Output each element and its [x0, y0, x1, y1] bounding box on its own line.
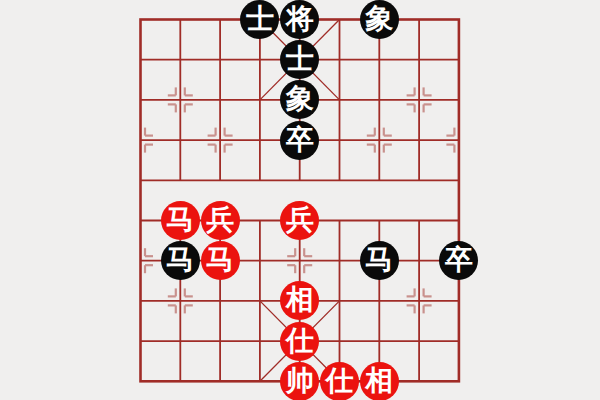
- piece-glyph: 兵: [206, 200, 234, 239]
- board-point-f2r1[interactable]: [160, 0, 200, 40]
- board-point-f8r1[interactable]: [399, 0, 439, 40]
- board-point-f4r1[interactable]: 士: [240, 0, 280, 40]
- board-point-f1r8[interactable]: [121, 281, 161, 321]
- black-elephant-piece[interactable]: 象: [360, 0, 399, 39]
- board-points-grid: 士将象士象卒马兵兵马马马卒相仕帅仕相: [121, 0, 479, 400]
- board-point-f1r9[interactable]: [121, 321, 161, 361]
- board-point-f2r3[interactable]: [160, 80, 200, 120]
- black-advisor-piece[interactable]: 士: [280, 40, 319, 79]
- board-point-f7r3[interactable]: [359, 80, 399, 120]
- board-point-f6r10[interactable]: 仕: [320, 361, 360, 400]
- board-point-f6r1[interactable]: [320, 0, 360, 40]
- board-point-f7r5[interactable]: [359, 160, 399, 200]
- board-point-f2r4[interactable]: [160, 120, 200, 160]
- board-point-f6r7[interactable]: [320, 241, 360, 281]
- board-point-f4r5[interactable]: [240, 160, 280, 200]
- board-point-f4r4[interactable]: [240, 120, 280, 160]
- piece-glyph: 士: [286, 39, 314, 78]
- board-point-f5r10[interactable]: 帅: [280, 361, 320, 400]
- board-point-f2r7[interactable]: 马: [160, 241, 200, 281]
- board-point-f6r8[interactable]: [320, 281, 360, 321]
- board-point-f1r6[interactable]: [121, 200, 161, 240]
- black-elephant-piece[interactable]: 象: [280, 80, 319, 119]
- board-point-f8r9[interactable]: [399, 321, 439, 361]
- board-point-f2r8[interactable]: [160, 281, 200, 321]
- board-point-f1r5[interactable]: [121, 160, 161, 200]
- red-general-piece[interactable]: 帅: [280, 362, 319, 400]
- board-point-f5r2[interactable]: 士: [280, 40, 320, 80]
- piece-glyph: 兵: [286, 200, 314, 239]
- board-point-f5r4[interactable]: 卒: [280, 120, 320, 160]
- red-advisor-piece[interactable]: 仕: [320, 362, 359, 400]
- board-point-f1r2[interactable]: [121, 40, 161, 80]
- black-pawn-piece[interactable]: 卒: [439, 241, 478, 280]
- board-point-f9r10[interactable]: [439, 361, 479, 400]
- board-point-f6r2[interactable]: [320, 40, 360, 80]
- black-advisor-piece[interactable]: 士: [240, 0, 279, 39]
- board-point-f7r8[interactable]: [359, 281, 399, 321]
- board-point-f5r6[interactable]: 兵: [280, 200, 320, 240]
- board-point-f6r9[interactable]: [320, 321, 360, 361]
- board-point-f4r7[interactable]: [240, 241, 280, 281]
- board-point-f5r1[interactable]: 将: [280, 0, 320, 40]
- board-point-f7r4[interactable]: [359, 120, 399, 160]
- board-point-f7r9[interactable]: [359, 321, 399, 361]
- piece-glyph: 将: [286, 0, 314, 38]
- black-horse-piece[interactable]: 马: [161, 241, 200, 280]
- board-point-f1r3[interactable]: [121, 80, 161, 120]
- piece-glyph: 卒: [286, 120, 314, 159]
- board-point-f2r2[interactable]: [160, 40, 200, 80]
- board-point-f3r7[interactable]: 马: [200, 241, 240, 281]
- piece-glyph: 马: [365, 240, 393, 279]
- board-point-f5r3[interactable]: 象: [280, 80, 320, 120]
- black-general-piece[interactable]: 将: [280, 0, 319, 39]
- piece-glyph: 象: [286, 79, 314, 118]
- board-point-f2r9[interactable]: [160, 321, 200, 361]
- board-point-f3r3[interactable]: [200, 80, 240, 120]
- board-point-f4r3[interactable]: [240, 80, 280, 120]
- red-elephant-piece[interactable]: 相: [280, 281, 319, 320]
- board-point-f7r6[interactable]: [359, 200, 399, 240]
- board-point-f8r7[interactable]: [399, 241, 439, 281]
- board-point-f9r8[interactable]: [439, 281, 479, 321]
- piece-glyph: 帅: [286, 361, 314, 400]
- piece-glyph: 象: [365, 0, 393, 38]
- board-point-f7r7[interactable]: 马: [359, 241, 399, 281]
- piece-glyph: 士: [246, 0, 274, 38]
- board-point-f9r3[interactable]: [439, 80, 479, 120]
- board-point-f2r10[interactable]: [160, 361, 200, 400]
- board-point-f9r7[interactable]: 卒: [439, 241, 479, 281]
- board-point-f5r7[interactable]: [280, 241, 320, 281]
- red-horse-piece[interactable]: 马: [201, 241, 240, 280]
- board-point-f5r5[interactable]: [280, 160, 320, 200]
- piece-glyph: 仕: [286, 321, 314, 360]
- board-point-f4r10[interactable]: [240, 361, 280, 400]
- red-pawn-piece[interactable]: 兵: [201, 201, 240, 240]
- board-point-f3r9[interactable]: [200, 321, 240, 361]
- board-point-f8r6[interactable]: [399, 200, 439, 240]
- board-point-f5r9[interactable]: 仕: [280, 321, 320, 361]
- board-point-f6r3[interactable]: [320, 80, 360, 120]
- xiangqi-board-frame: 士将象士象卒马兵兵马马马卒相仕帅仕相: [0, 0, 600, 400]
- board-point-f7r1[interactable]: 象: [359, 0, 399, 40]
- board-point-f9r5[interactable]: [439, 160, 479, 200]
- board-point-f1r4[interactable]: [121, 120, 161, 160]
- red-advisor-piece[interactable]: 仕: [280, 322, 319, 361]
- board-point-f9r1[interactable]: [439, 0, 479, 40]
- piece-glyph: 卒: [445, 240, 473, 279]
- board-point-f8r10[interactable]: [399, 361, 439, 400]
- board-point-f9r2[interactable]: [439, 40, 479, 80]
- red-pawn-piece[interactable]: 兵: [280, 201, 319, 240]
- board-point-f8r5[interactable]: [399, 160, 439, 200]
- board-point-f2r5[interactable]: [160, 160, 200, 200]
- board-point-f3r4[interactable]: [200, 120, 240, 160]
- board-point-f5r8[interactable]: 相: [280, 281, 320, 321]
- board-point-f9r9[interactable]: [439, 321, 479, 361]
- piece-glyph: 马: [166, 200, 194, 239]
- piece-glyph: 马: [166, 240, 194, 279]
- board-point-f6r4[interactable]: [320, 120, 360, 160]
- board-point-f9r4[interactable]: [439, 120, 479, 160]
- board-point-f6r6[interactable]: [320, 200, 360, 240]
- board-point-f7r2[interactable]: [359, 40, 399, 80]
- red-horse-piece[interactable]: 马: [161, 201, 200, 240]
- board-point-f3r8[interactable]: [200, 281, 240, 321]
- board-point-f3r2[interactable]: [200, 40, 240, 80]
- board-point-f1r10[interactable]: [121, 361, 161, 400]
- board-point-f8r8[interactable]: [399, 281, 439, 321]
- black-pawn-piece[interactable]: 卒: [280, 121, 319, 160]
- board-point-f2r6[interactable]: 马: [160, 200, 200, 240]
- board-point-f8r3[interactable]: [399, 80, 439, 120]
- board-point-f4r9[interactable]: [240, 321, 280, 361]
- board-point-f1r7[interactable]: [121, 241, 161, 281]
- piece-glyph: 马: [206, 240, 234, 279]
- piece-glyph: 相: [365, 361, 393, 400]
- board-point-f4r8[interactable]: [240, 281, 280, 321]
- board-point-f3r5[interactable]: [200, 160, 240, 200]
- red-elephant-piece[interactable]: 相: [360, 362, 399, 400]
- board-point-f4r2[interactable]: [240, 40, 280, 80]
- piece-glyph: 相: [286, 280, 314, 319]
- board-point-f9r6[interactable]: [439, 200, 479, 240]
- board-point-f4r6[interactable]: [240, 200, 280, 240]
- black-horse-piece[interactable]: 马: [360, 241, 399, 280]
- board-point-f3r10[interactable]: [200, 361, 240, 400]
- board-point-f6r5[interactable]: [320, 160, 360, 200]
- board-point-f8r4[interactable]: [399, 120, 439, 160]
- board-point-f8r2[interactable]: [399, 40, 439, 80]
- piece-glyph: 仕: [325, 361, 353, 400]
- board-point-f3r1[interactable]: [200, 0, 240, 40]
- board-point-f7r10[interactable]: 相: [359, 361, 399, 400]
- board-point-f3r6[interactable]: 兵: [200, 200, 240, 240]
- board-point-f1r1[interactable]: [121, 0, 161, 40]
